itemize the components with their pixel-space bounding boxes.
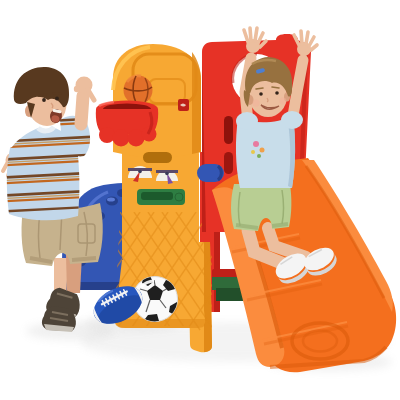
tower-grip-slot [143, 152, 172, 163]
basketball-and-hoop [96, 76, 158, 147]
photo-canvas [0, 0, 400, 400]
boy-right-arm-raised [74, 77, 94, 125]
panel-slot-upper [224, 116, 233, 144]
basketball [124, 76, 153, 105]
boy-shoe-left [42, 306, 76, 332]
shirt-collar [38, 127, 54, 131]
boy-head [14, 67, 69, 126]
brand-sticker [178, 99, 189, 111]
boy-eye-left [42, 98, 46, 102]
girl-cheek-left [253, 100, 260, 107]
girl [231, 28, 340, 289]
girl-left-sleeve [236, 112, 258, 130]
girl-cheek-right [280, 98, 287, 105]
panel-slot-lower [224, 152, 233, 174]
green-ball-bar [137, 189, 185, 205]
hoop-rim-cup [96, 101, 158, 147]
girl-right-sleeve [281, 111, 303, 129]
playset-scene [0, 0, 400, 400]
boy-legs [42, 255, 82, 332]
girl-eye-left [259, 92, 263, 96]
boy-eye-right [55, 97, 59, 101]
girl-eye-right [275, 91, 279, 95]
